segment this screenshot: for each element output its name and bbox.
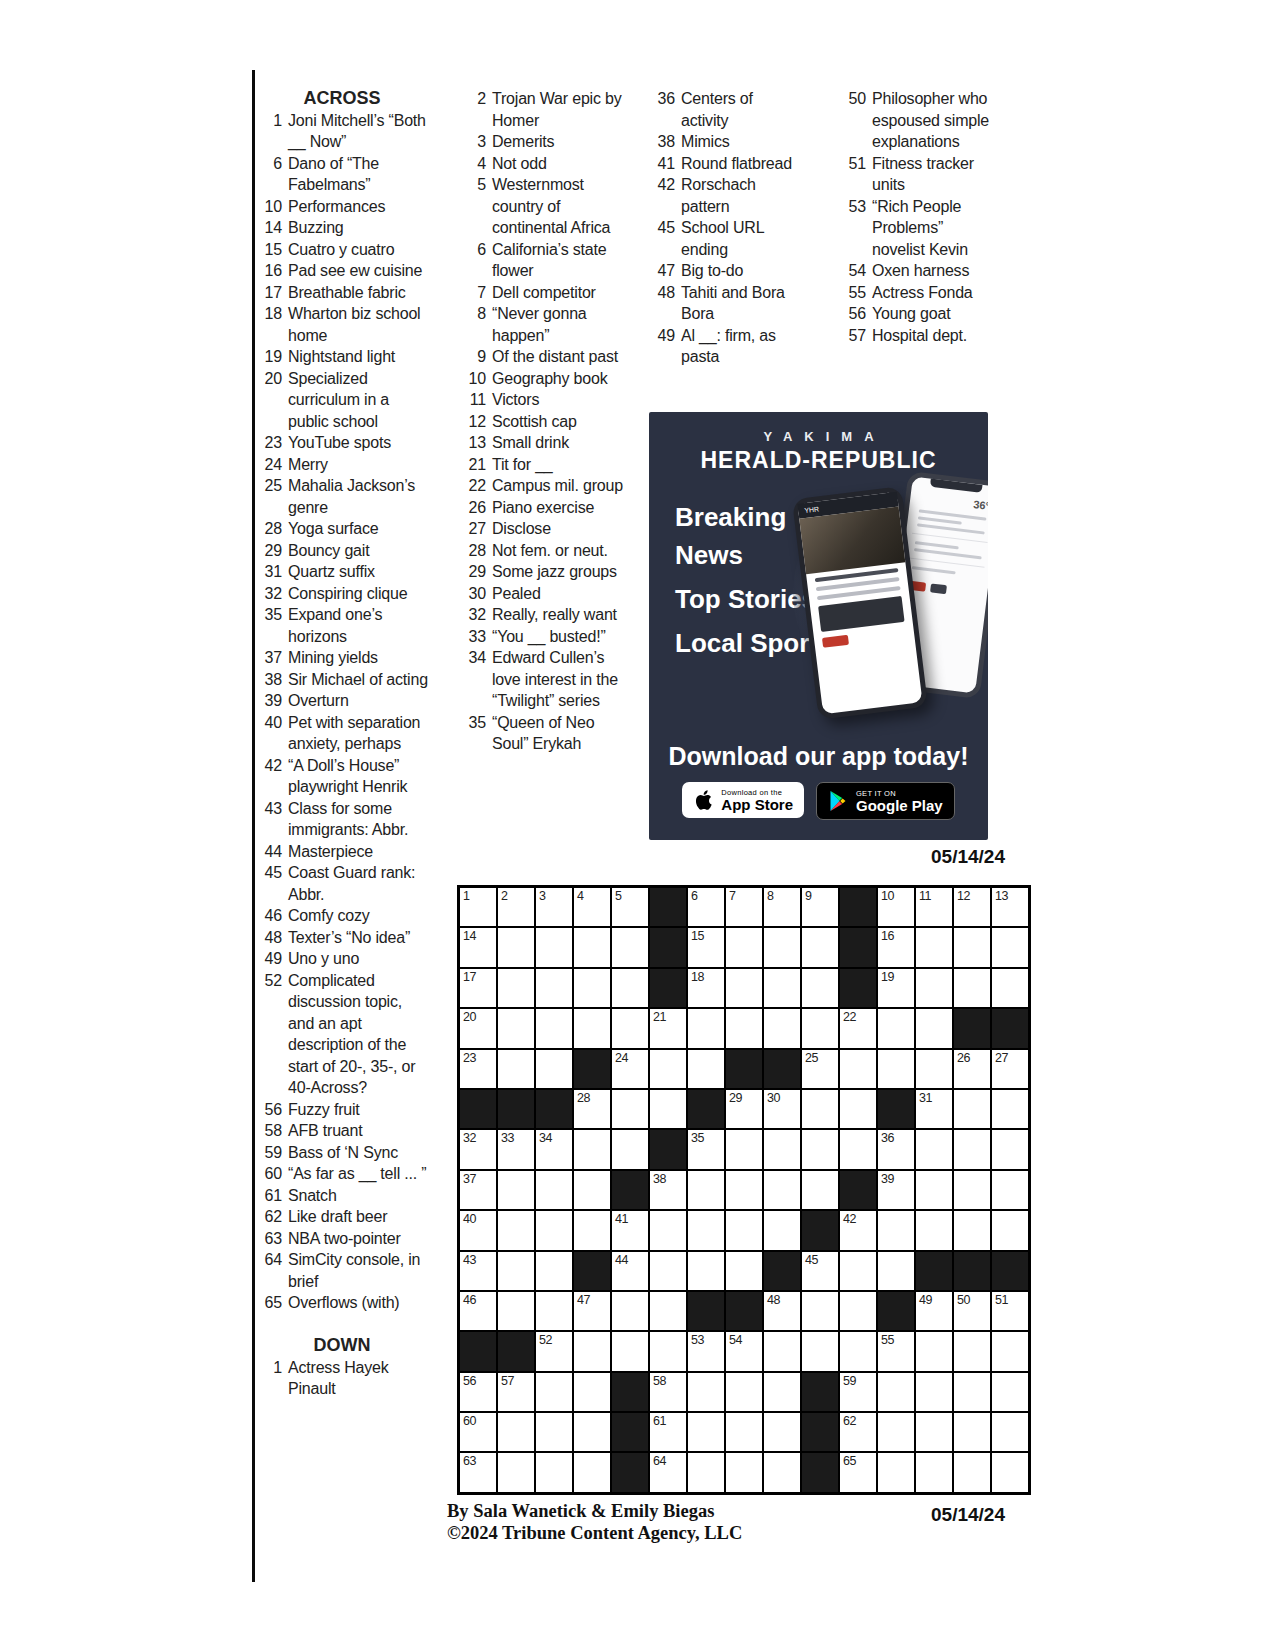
grid-cell-white[interactable] xyxy=(650,1090,686,1128)
grid-cell-black xyxy=(878,1292,914,1330)
grid-cell-white[interactable]: 7 xyxy=(726,888,762,926)
grid-cell-white[interactable]: 62 xyxy=(840,1413,876,1451)
grid-cell-white[interactable]: 54 xyxy=(726,1332,762,1370)
grid-cell-white[interactable]: 59 xyxy=(840,1373,876,1411)
clue-text: Campus mil. group xyxy=(492,475,632,497)
grid-cell-white[interactable]: 50 xyxy=(954,1292,990,1330)
grid-cell-white[interactable] xyxy=(536,969,572,1007)
clue-number: 23 xyxy=(256,432,282,454)
grid-cell-white[interactable] xyxy=(498,1009,534,1047)
ad-brand-name: HERALD-REPUBLIC xyxy=(649,447,988,474)
cell-number: 54 xyxy=(729,1333,742,1347)
clue-number: 55 xyxy=(840,282,866,304)
clue-text: Overturn xyxy=(288,690,428,712)
clue: 57Hospital dept. xyxy=(840,325,990,347)
grid-cell-white[interactable]: 19 xyxy=(878,969,914,1007)
grid-cell-white[interactable]: 48 xyxy=(764,1292,800,1330)
grid-cell-white[interactable] xyxy=(574,1171,610,1209)
clue-text: Expand one’s horizons xyxy=(288,604,428,647)
cell-number: 14 xyxy=(463,929,476,943)
grid-cell-white[interactable] xyxy=(992,1413,1028,1451)
grid-cell-white[interactable]: 58 xyxy=(650,1373,686,1411)
grid-cell-white[interactable] xyxy=(916,1211,952,1249)
grid-cell-white[interactable] xyxy=(688,1211,724,1249)
clue: 21Tit for __ xyxy=(460,454,632,476)
grid-cell-white[interactable] xyxy=(764,928,800,966)
clue-text: Pad see ew cuisine xyxy=(288,260,428,282)
cell-number: 33 xyxy=(501,1131,514,1145)
grid-cell-white[interactable]: 34 xyxy=(536,1130,572,1168)
grid-cell-white[interactable]: 14 xyxy=(460,928,496,966)
grid-cell-white[interactable] xyxy=(688,1413,724,1451)
grid-cell-white[interactable] xyxy=(650,1332,686,1370)
cell-number: 5 xyxy=(615,889,621,903)
grid-cell-black xyxy=(992,1252,1028,1290)
grid-cell-black xyxy=(688,1292,724,1330)
grid-cell-white[interactable]: 2 xyxy=(498,888,534,926)
grid-cell-white[interactable] xyxy=(916,969,952,1007)
grid-cell-white[interactable] xyxy=(764,1453,800,1491)
grid-cell-white[interactable]: 27 xyxy=(992,1050,1028,1088)
clue-number: 35 xyxy=(256,604,282,647)
grid-cell-white[interactable]: 13 xyxy=(992,888,1028,926)
grid-cell-white[interactable] xyxy=(688,1453,724,1491)
clue-number: 58 xyxy=(256,1120,282,1142)
grid-cell-black xyxy=(840,928,876,966)
grid-cell-white[interactable]: 57 xyxy=(498,1373,534,1411)
grid-cell-white[interactable] xyxy=(726,969,762,1007)
grid-cell-white[interactable] xyxy=(764,1130,800,1168)
clue-text: AFB truant xyxy=(288,1120,428,1142)
cell-number: 22 xyxy=(843,1010,856,1024)
grid-cell-white[interactable]: 4 xyxy=(574,888,610,926)
grid-cell-white[interactable]: 37 xyxy=(460,1171,496,1209)
grid-cell-white[interactable] xyxy=(916,1453,952,1491)
grid-cell-white[interactable] xyxy=(536,1292,572,1330)
grid-cell-white[interactable] xyxy=(764,1009,800,1047)
grid-cell-white[interactable] xyxy=(992,928,1028,966)
clue-text: Yoga surface xyxy=(288,518,428,540)
cell-number: 9 xyxy=(805,889,811,903)
grid-cell-white[interactable] xyxy=(536,1373,572,1411)
grid-cell-white[interactable] xyxy=(840,1292,876,1330)
grid-cell-white[interactable] xyxy=(992,1373,1028,1411)
crossword-grid: 1234567891011121314151617181920212223242… xyxy=(457,885,1031,1495)
clue-text: Big to-do xyxy=(681,260,799,282)
clue-number: 1 xyxy=(256,1357,282,1400)
grid-cell-white[interactable]: 47 xyxy=(574,1292,610,1330)
grid-cell-white[interactable] xyxy=(916,1413,952,1451)
clue-number: 65 xyxy=(256,1292,282,1314)
grid-cell-white[interactable]: 11 xyxy=(916,888,952,926)
grid-cell-white[interactable]: 20 xyxy=(460,1009,496,1047)
cell-number: 13 xyxy=(995,889,1008,903)
grid-cell-white[interactable] xyxy=(992,1090,1028,1128)
grid-cell-white[interactable] xyxy=(802,1332,838,1370)
clue-text: Snatch xyxy=(288,1185,428,1207)
grid-cell-white[interactable] xyxy=(574,1373,610,1411)
grid-cell-white[interactable] xyxy=(878,1413,914,1451)
grid-cell-white[interactable] xyxy=(916,1171,952,1209)
grid-cell-white[interactable] xyxy=(650,1292,686,1330)
cell-number: 17 xyxy=(463,970,476,984)
grid-cell-white[interactable]: 65 xyxy=(840,1453,876,1491)
grid-cell-white[interactable] xyxy=(992,1130,1028,1168)
grid-cell-white[interactable] xyxy=(650,1050,686,1088)
grid-cell-white[interactable] xyxy=(574,1130,610,1168)
grid-cell-white[interactable] xyxy=(878,1211,914,1249)
cell-number: 43 xyxy=(463,1253,476,1267)
grid-cell-white[interactable] xyxy=(498,1171,534,1209)
grid-cell-white[interactable] xyxy=(954,969,990,1007)
clue-text: Sir Michael of acting xyxy=(288,669,428,691)
clue: 5Westernmost country of continental Afri… xyxy=(460,174,632,239)
clue: 36Centers of activity xyxy=(649,88,799,131)
grid-cell-white[interactable] xyxy=(878,1453,914,1491)
clue: 63NBA two-pointer xyxy=(256,1228,428,1250)
clue-number: 16 xyxy=(256,260,282,282)
clue: 51Fitness tracker units xyxy=(840,153,990,196)
grid-cell-white[interactable] xyxy=(954,1130,990,1168)
grid-cell-white[interactable]: 3 xyxy=(536,888,572,926)
clue: 24Merry xyxy=(256,454,428,476)
grid-cell-white[interactable]: 26 xyxy=(954,1050,990,1088)
grid-cell-black xyxy=(612,1171,648,1209)
clue-text: Bass of ‘N Sync xyxy=(288,1142,428,1164)
grid-cell-white[interactable] xyxy=(498,1292,534,1330)
grid-cell-white[interactable] xyxy=(992,1211,1028,1249)
clue-number: 25 xyxy=(256,475,282,518)
grid-cell-white[interactable] xyxy=(650,1252,686,1290)
grid-cell-white[interactable] xyxy=(726,1171,762,1209)
grid-cell-black xyxy=(916,1252,952,1290)
grid-cell-white[interactable]: 28 xyxy=(574,1090,610,1128)
grid-cell-white[interactable] xyxy=(992,1332,1028,1370)
grid-cell-white[interactable]: 24 xyxy=(612,1050,648,1088)
grid-cell-white[interactable] xyxy=(498,1252,534,1290)
puzzle-date-bottom: 05/14/24 xyxy=(705,1504,1005,1526)
grid-cell-white[interactable] xyxy=(916,1332,952,1370)
grid-cell-white[interactable] xyxy=(498,1413,534,1451)
clue-number: 54 xyxy=(840,260,866,282)
clue: 12Scottish cap xyxy=(460,411,632,433)
grid-cell-white[interactable] xyxy=(688,1050,724,1088)
grid-cell-white[interactable] xyxy=(612,1090,648,1128)
grid-cell-white[interactable]: 32 xyxy=(460,1130,496,1168)
grid-cell-white[interactable] xyxy=(536,1211,572,1249)
grid-cell-white[interactable] xyxy=(802,1090,838,1128)
clue: 52Complicated discussion topic, and an a… xyxy=(256,970,428,1099)
cell-number: 58 xyxy=(653,1374,666,1388)
clue-number: 38 xyxy=(649,131,675,153)
clue-text: Young goat xyxy=(872,303,990,325)
grid-cell-white[interactable]: 12 xyxy=(954,888,990,926)
grid-cell-white[interactable]: 38 xyxy=(650,1171,686,1209)
grid-cell-white[interactable] xyxy=(688,1373,724,1411)
grid-cell-white[interactable] xyxy=(612,928,648,966)
cell-number: 30 xyxy=(767,1091,780,1105)
clue-number: 11 xyxy=(460,389,486,411)
grid-cell-white[interactable]: 5 xyxy=(612,888,648,926)
grid-cell-white[interactable]: 36 xyxy=(878,1130,914,1168)
clue-number: 32 xyxy=(256,583,282,605)
grid-cell-white[interactable]: 8 xyxy=(764,888,800,926)
grid-cell-white[interactable] xyxy=(574,1332,610,1370)
grid-cell-white[interactable]: 43 xyxy=(460,1252,496,1290)
grid-cell-white[interactable]: 10 xyxy=(878,888,914,926)
grid-cell-white[interactable] xyxy=(498,1453,534,1491)
grid-cell-white[interactable] xyxy=(764,1171,800,1209)
grid-cell-white[interactable] xyxy=(726,1211,762,1249)
grid-cell-white[interactable]: 18 xyxy=(688,969,724,1007)
cell-number: 45 xyxy=(805,1253,818,1267)
clue-number: 3 xyxy=(460,131,486,153)
grid-cell-white[interactable] xyxy=(802,1130,838,1168)
grid-cell-white[interactable] xyxy=(992,1453,1028,1491)
grid-cell-white[interactable] xyxy=(878,1050,914,1088)
grid-cell-white[interactable] xyxy=(688,1171,724,1209)
clue-text: Coast Guard rank: Abbr. xyxy=(288,862,428,905)
grid-cell-white[interactable]: 56 xyxy=(460,1373,496,1411)
grid-cell-white[interactable] xyxy=(764,969,800,1007)
grid-cell-white[interactable]: 40 xyxy=(460,1211,496,1249)
grid-cell-white[interactable] xyxy=(536,1413,572,1451)
grid-cell-white[interactable] xyxy=(840,1332,876,1370)
grid-cell-black xyxy=(954,1252,990,1290)
cell-number: 11 xyxy=(919,889,931,903)
grid-cell-white[interactable] xyxy=(574,969,610,1007)
grid-cell-white[interactable] xyxy=(574,1453,610,1491)
grid-cell-white[interactable]: 52 xyxy=(536,1332,572,1370)
grid-cell-white[interactable] xyxy=(954,1211,990,1249)
grid-cell-white[interactable] xyxy=(840,1090,876,1128)
clue-number: 42 xyxy=(256,755,282,798)
grid-cell-white[interactable] xyxy=(802,1292,838,1330)
grid-cell-white[interactable] xyxy=(916,1009,952,1047)
grid-cell-white[interactable] xyxy=(574,1413,610,1451)
clue: 33“You __ busted!” xyxy=(460,626,632,648)
clue: 47Big to-do xyxy=(649,260,799,282)
grid-cell-white[interactable]: 22 xyxy=(840,1009,876,1047)
grid-cell-white[interactable]: 63 xyxy=(460,1453,496,1491)
cell-number: 26 xyxy=(957,1051,970,1065)
grid-cell-white[interactable]: 31 xyxy=(916,1090,952,1128)
grid-cell-black xyxy=(650,1130,686,1168)
grid-cell-white[interactable]: 53 xyxy=(688,1332,724,1370)
grid-cell-white[interactable]: 21 xyxy=(650,1009,686,1047)
grid-cell-white[interactable] xyxy=(878,1252,914,1290)
grid-cell-white[interactable]: 64 xyxy=(650,1453,686,1491)
grid-cell-white[interactable] xyxy=(764,1373,800,1411)
grid-cell-white[interactable] xyxy=(992,1171,1028,1209)
grid-cell-white[interactable] xyxy=(498,969,534,1007)
grid-cell-white[interactable] xyxy=(612,1009,648,1047)
clue: 7Dell competitor xyxy=(460,282,632,304)
grid-cell-white[interactable] xyxy=(916,1130,952,1168)
clue: 14Buzzing xyxy=(256,217,428,239)
grid-cell-white[interactable] xyxy=(954,1332,990,1370)
grid-cell-white[interactable] xyxy=(840,1130,876,1168)
grid-cell-white[interactable] xyxy=(954,1413,990,1451)
grid-cell-white[interactable] xyxy=(954,928,990,966)
clue-number: 5 xyxy=(460,174,486,239)
grid-cell-white[interactable]: 39 xyxy=(878,1171,914,1209)
grid-cell-white[interactable] xyxy=(612,1130,648,1168)
clue: 42“A Doll’s House” playwright Henrik xyxy=(256,755,428,798)
grid-cell-black xyxy=(498,1332,534,1370)
grid-cell-white[interactable] xyxy=(726,1252,762,1290)
google-play-icon xyxy=(828,790,848,812)
clue: 1Joni Mitchell’s “Both __ Now” xyxy=(256,110,428,153)
clue-number: 47 xyxy=(649,260,675,282)
grid-cell-white[interactable] xyxy=(878,1373,914,1411)
clue-text: Small drink xyxy=(492,432,632,454)
clue-text: SimCity console, in brief xyxy=(288,1249,428,1292)
grid-cell-white[interactable] xyxy=(536,1252,572,1290)
clue-text: Wharton biz school home xyxy=(288,303,428,346)
grid-cell-white[interactable]: 25 xyxy=(802,1050,838,1088)
clue-text: Breathable fabric xyxy=(288,282,428,304)
clue-number: 13 xyxy=(460,432,486,454)
grid-cell-white[interactable] xyxy=(954,1453,990,1491)
grid-cell-white[interactable] xyxy=(688,1009,724,1047)
cell-number: 24 xyxy=(615,1051,628,1065)
clue: 48Tahiti and Bora Bora xyxy=(649,282,799,325)
grid-cell-white[interactable] xyxy=(878,1009,914,1047)
grid-cell-white[interactable] xyxy=(802,1009,838,1047)
grid-cell-white[interactable] xyxy=(840,1050,876,1088)
grid-cell-white[interactable] xyxy=(498,1050,534,1088)
grid-cell-white[interactable] xyxy=(574,928,610,966)
grid-cell-white[interactable]: 29 xyxy=(726,1090,762,1128)
copyright: ©2024 Tribune Content Agency, LLC xyxy=(447,1522,742,1544)
clue-text: Really, really want xyxy=(492,604,632,626)
down-header: DOWN xyxy=(256,1335,428,1357)
grid-cell-white[interactable] xyxy=(498,928,534,966)
grid-cell-white[interactable]: 41 xyxy=(612,1211,648,1249)
google-play-badge[interactable]: GET IT ON Google Play xyxy=(816,782,955,820)
column-rule xyxy=(252,70,255,1582)
grid-cell-white[interactable] xyxy=(764,1211,800,1249)
grid-cell-white[interactable]: 33 xyxy=(498,1130,534,1168)
clue-number: 35 xyxy=(460,712,486,755)
clue-text: Centers of activity xyxy=(681,88,799,131)
grid-cell-white[interactable] xyxy=(802,969,838,1007)
clue-text: Mimics xyxy=(681,131,799,153)
grid-cell-white[interactable] xyxy=(802,1171,838,1209)
grid-cell-white[interactable]: 16 xyxy=(878,928,914,966)
clue-text: Comfy cozy xyxy=(288,905,428,927)
grid-cell-white[interactable]: 46 xyxy=(460,1292,496,1330)
clue-text: Scottish cap xyxy=(492,411,632,433)
clue-number: 7 xyxy=(460,282,486,304)
grid-cell-white[interactable] xyxy=(840,1252,876,1290)
grid-cell-white[interactable]: 45 xyxy=(802,1252,838,1290)
clue: 6California’s state flower xyxy=(460,239,632,282)
grid-cell-white[interactable] xyxy=(536,1453,572,1491)
grid-cell-white[interactable] xyxy=(574,1009,610,1047)
grid-cell-white[interactable] xyxy=(498,1211,534,1249)
grid-cell-white[interactable] xyxy=(536,1171,572,1209)
grid-cell-white[interactable] xyxy=(612,1292,648,1330)
clue-number: 6 xyxy=(256,153,282,196)
cell-number: 15 xyxy=(691,929,704,943)
app-store-badge[interactable]: Download on the App Store xyxy=(682,782,804,818)
grid-cell-white[interactable] xyxy=(650,1211,686,1249)
grid-cell-white[interactable] xyxy=(954,1171,990,1209)
grid-cell-white[interactable]: 61 xyxy=(650,1413,686,1451)
grid-cell-white[interactable]: 60 xyxy=(460,1413,496,1451)
phone-mockups: 36° YHR xyxy=(799,474,988,724)
grid-cell-white[interactable] xyxy=(764,1332,800,1370)
grid-cell-white[interactable] xyxy=(954,1373,990,1411)
grid-cell-white[interactable]: 35 xyxy=(688,1130,724,1168)
grid-cell-white[interactable] xyxy=(726,1453,762,1491)
grid-cell-white[interactable]: 42 xyxy=(840,1211,876,1249)
cell-number: 64 xyxy=(653,1454,666,1468)
cell-number: 53 xyxy=(691,1333,704,1347)
clue: 35“Queen of Neo Soul” Erykah xyxy=(460,712,632,755)
grid-cell-white[interactable] xyxy=(688,1252,724,1290)
grid-cell-white[interactable]: 15 xyxy=(688,928,724,966)
clue-number: 9 xyxy=(460,346,486,368)
grid-cell-white[interactable] xyxy=(726,928,762,966)
grid-cell-white[interactable] xyxy=(612,1332,648,1370)
grid-cell-white[interactable] xyxy=(612,969,648,1007)
grid-cell-white[interactable] xyxy=(802,928,838,966)
grid-cell-white[interactable]: 9 xyxy=(802,888,838,926)
grid-cell-white[interactable] xyxy=(536,928,572,966)
grid-cell-white[interactable]: 1 xyxy=(460,888,496,926)
grid-cell-white[interactable]: 49 xyxy=(916,1292,952,1330)
grid-cell-white[interactable] xyxy=(764,1413,800,1451)
grid-cell-white[interactable] xyxy=(916,1050,952,1088)
grid-cell-white[interactable] xyxy=(536,1050,572,1088)
grid-cell-white[interactable] xyxy=(726,1373,762,1411)
grid-cell-black xyxy=(726,1292,762,1330)
grid-cell-white[interactable]: 30 xyxy=(764,1090,800,1128)
cell-number: 20 xyxy=(463,1010,476,1024)
grid-cell-white[interactable]: 17 xyxy=(460,969,496,1007)
grid-cell-white[interactable] xyxy=(536,1009,572,1047)
grid-cell-white[interactable] xyxy=(916,928,952,966)
grid-cell-white[interactable]: 51 xyxy=(992,1292,1028,1330)
grid-cell-white[interactable]: 23 xyxy=(460,1050,496,1088)
grid-cell-white[interactable]: 44 xyxy=(612,1252,648,1290)
grid-cell-white[interactable] xyxy=(726,1130,762,1168)
grid-cell-white[interactable] xyxy=(726,1413,762,1451)
cell-number: 44 xyxy=(615,1253,628,1267)
grid-cell-white[interactable] xyxy=(954,1090,990,1128)
cell-number: 6 xyxy=(691,889,697,903)
grid-cell-white[interactable]: 6 xyxy=(688,888,724,926)
cell-number: 48 xyxy=(767,1293,780,1307)
cell-number: 29 xyxy=(729,1091,742,1105)
grid-cell-white[interactable] xyxy=(574,1211,610,1249)
clue: 44Masterpiece xyxy=(256,841,428,863)
clue-text: Fuzzy fruit xyxy=(288,1099,428,1121)
cell-number: 25 xyxy=(805,1051,818,1065)
grid-cell-white[interactable] xyxy=(726,1009,762,1047)
grid-cell-white[interactable] xyxy=(916,1373,952,1411)
grid-cell-white[interactable] xyxy=(992,969,1028,1007)
clue-number: 62 xyxy=(256,1206,282,1228)
clue-number: 48 xyxy=(649,282,675,325)
clue-text: Disclose xyxy=(492,518,632,540)
grid-cell-white[interactable]: 55 xyxy=(878,1332,914,1370)
clue-number: 4 xyxy=(460,153,486,175)
clue: 40Pet with separation anxiety, perhaps xyxy=(256,712,428,755)
